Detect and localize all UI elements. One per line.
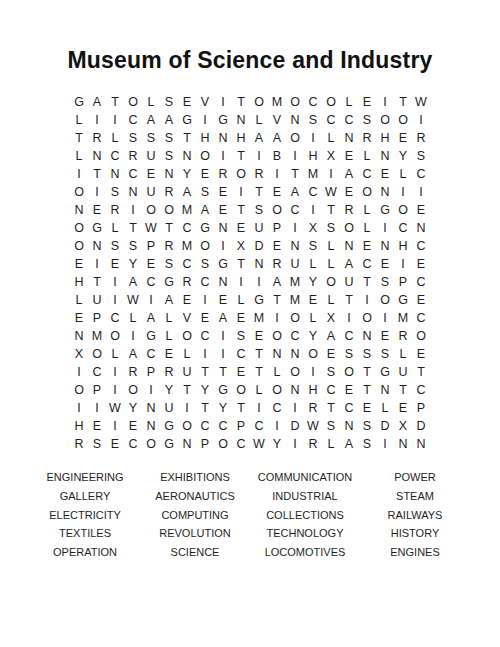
grid-cell[interactable]: L — [70, 147, 88, 165]
grid-cell[interactable]: T — [232, 201, 250, 219]
grid-cell[interactable]: I — [106, 273, 124, 291]
grid-cell[interactable]: N — [70, 201, 88, 219]
grid-cell[interactable]: O — [250, 93, 268, 111]
grid-cell[interactable]: E — [412, 201, 430, 219]
word-list-item[interactable]: OPERATION — [30, 543, 140, 562]
grid-cell[interactable]: O — [70, 183, 88, 201]
grid-cell[interactable]: U — [286, 255, 304, 273]
grid-cell[interactable]: I — [304, 201, 322, 219]
grid-cell[interactable]: S — [358, 111, 376, 129]
grid-cell[interactable]: L — [358, 201, 376, 219]
grid-cell[interactable]: N — [286, 237, 304, 255]
grid-cell[interactable]: E — [358, 237, 376, 255]
grid-cell[interactable]: T — [232, 255, 250, 273]
grid-cell[interactable]: O — [268, 201, 286, 219]
grid-cell[interactable]: I — [250, 147, 268, 165]
word-list-item[interactable]: REVOLUTION — [140, 524, 250, 543]
grid-cell[interactable]: I — [250, 399, 268, 417]
grid-cell[interactable]: T — [358, 363, 376, 381]
grid-cell[interactable]: I — [106, 381, 124, 399]
grid-cell[interactable]: N — [412, 219, 430, 237]
grid-cell[interactable]: H — [70, 273, 88, 291]
grid-cell[interactable]: I — [286, 435, 304, 453]
grid-cell[interactable]: M — [268, 93, 286, 111]
grid-cell[interactable]: S — [106, 183, 124, 201]
grid-cell[interactable]: T — [178, 381, 196, 399]
grid-cell[interactable]: T — [250, 363, 268, 381]
word-list-item[interactable]: STEAM — [360, 487, 470, 506]
grid-cell[interactable]: C — [340, 327, 358, 345]
grid-cell[interactable]: A — [160, 291, 178, 309]
grid-cell[interactable]: T — [232, 147, 250, 165]
grid-cell[interactable]: W — [142, 219, 160, 237]
grid-cell[interactable]: E — [304, 291, 322, 309]
grid-cell[interactable]: H — [304, 147, 322, 165]
grid-cell[interactable]: C — [106, 147, 124, 165]
grid-cell[interactable]: X — [232, 237, 250, 255]
grid-cell[interactable]: H — [304, 381, 322, 399]
grid-cell[interactable]: A — [268, 273, 286, 291]
grid-cell[interactable]: E — [106, 255, 124, 273]
grid-cell[interactable]: P — [88, 381, 106, 399]
grid-cell[interactable]: C — [178, 255, 196, 273]
grid-cell[interactable]: A — [196, 201, 214, 219]
grid-cell[interactable]: O — [268, 327, 286, 345]
grid-cell[interactable]: L — [106, 345, 124, 363]
grid-cell[interactable]: T — [214, 363, 232, 381]
grid-cell[interactable]: X — [322, 309, 340, 327]
grid-cell[interactable]: I — [124, 201, 142, 219]
grid-cell[interactable]: N — [340, 417, 358, 435]
grid-cell[interactable]: C — [124, 111, 142, 129]
grid-cell[interactable]: M — [286, 273, 304, 291]
grid-cell[interactable]: A — [214, 309, 232, 327]
grid-cell[interactable]: T — [394, 93, 412, 111]
grid-cell[interactable]: G — [142, 327, 160, 345]
grid-cell[interactable]: O — [70, 381, 88, 399]
grid-cell[interactable]: R — [160, 363, 178, 381]
grid-cell[interactable]: N — [250, 255, 268, 273]
grid-cell[interactable]: I — [340, 309, 358, 327]
grid-cell[interactable]: L — [142, 93, 160, 111]
grid-cell[interactable]: L — [322, 435, 340, 453]
grid-cell[interactable]: G — [214, 255, 232, 273]
grid-cell[interactable]: T — [358, 381, 376, 399]
grid-cell[interactable]: T — [196, 363, 214, 381]
grid-cell[interactable]: I — [70, 363, 88, 381]
grid-cell[interactable]: O — [142, 435, 160, 453]
grid-cell[interactable]: E — [412, 345, 430, 363]
grid-cell[interactable]: I — [358, 291, 376, 309]
grid-cell[interactable]: U — [250, 219, 268, 237]
grid-cell[interactable]: I — [214, 147, 232, 165]
grid-cell[interactable]: U — [340, 273, 358, 291]
grid-cell[interactable]: E — [268, 183, 286, 201]
grid-cell[interactable]: O — [394, 111, 412, 129]
grid-cell[interactable]: S — [160, 255, 178, 273]
grid-cell[interactable]: L — [250, 381, 268, 399]
grid-cell[interactable]: E — [412, 291, 430, 309]
grid-cell[interactable]: C — [322, 381, 340, 399]
grid-cell[interactable]: N — [178, 147, 196, 165]
grid-cell[interactable]: A — [340, 255, 358, 273]
grid-cell[interactable]: I — [214, 237, 232, 255]
grid-cell[interactable]: R — [250, 165, 268, 183]
grid-cell[interactable]: O — [160, 201, 178, 219]
grid-cell[interactable]: I — [106, 291, 124, 309]
grid-cell[interactable]: A — [160, 111, 178, 129]
grid-cell[interactable]: W — [250, 435, 268, 453]
grid-cell[interactable]: X — [394, 417, 412, 435]
grid-cell[interactable]: O — [286, 93, 304, 111]
grid-cell[interactable]: E — [178, 93, 196, 111]
word-list-item[interactable]: COLLECTIONS — [250, 506, 360, 525]
grid-cell[interactable]: D — [286, 417, 304, 435]
grid-cell[interactable]: M — [304, 165, 322, 183]
grid-cell[interactable]: I — [304, 129, 322, 147]
grid-cell[interactable]: A — [268, 129, 286, 147]
grid-cell[interactable]: R — [88, 129, 106, 147]
grid-cell[interactable]: L — [106, 129, 124, 147]
grid-cell[interactable]: T — [88, 165, 106, 183]
grid-cell[interactable]: C — [340, 399, 358, 417]
grid-cell[interactable]: I — [412, 183, 430, 201]
grid-cell[interactable]: O — [340, 363, 358, 381]
grid-cell[interactable]: L — [394, 345, 412, 363]
grid-cell[interactable]: N — [160, 165, 178, 183]
grid-cell[interactable]: I — [106, 363, 124, 381]
grid-cell[interactable]: C — [304, 93, 322, 111]
grid-cell[interactable]: E — [340, 147, 358, 165]
word-list-item[interactable]: SCIENCE — [140, 543, 250, 562]
grid-cell[interactable]: E — [232, 219, 250, 237]
grid-cell[interactable]: C — [196, 327, 214, 345]
grid-cell[interactable]: S — [322, 363, 340, 381]
grid-cell[interactable]: N — [142, 417, 160, 435]
grid-cell[interactable]: L — [70, 111, 88, 129]
grid-cell[interactable]: O — [70, 219, 88, 237]
grid-cell[interactable]: O — [106, 327, 124, 345]
grid-cell[interactable]: C — [394, 219, 412, 237]
grid-cell[interactable]: U — [142, 147, 160, 165]
grid-cell[interactable]: I — [106, 417, 124, 435]
grid-cell[interactable]: T — [232, 399, 250, 417]
grid-cell[interactable]: N — [412, 435, 430, 453]
grid-cell[interactable]: L — [304, 309, 322, 327]
grid-cell[interactable]: E — [376, 327, 394, 345]
grid-cell[interactable]: G — [214, 381, 232, 399]
grid-cell[interactable]: R — [358, 129, 376, 147]
word-list-item[interactable]: AERONAUTICS — [140, 487, 250, 506]
grid-cell[interactable]: N — [394, 435, 412, 453]
grid-cell[interactable]: H — [394, 237, 412, 255]
grid-cell[interactable]: A — [340, 435, 358, 453]
grid-cell[interactable]: S — [124, 237, 142, 255]
grid-cell[interactable]: C — [178, 219, 196, 237]
grid-cell[interactable]: R — [70, 435, 88, 453]
grid-cell[interactable]: I — [268, 165, 286, 183]
grid-cell[interactable]: T — [322, 399, 340, 417]
grid-cell[interactable]: S — [160, 129, 178, 147]
grid-cell[interactable]: R — [304, 399, 322, 417]
grid-cell[interactable]: C — [106, 309, 124, 327]
grid-cell[interactable]: R — [214, 165, 232, 183]
grid-cell[interactable]: S — [250, 201, 268, 219]
grid-cell[interactable]: G — [88, 219, 106, 237]
grid-cell[interactable]: S — [376, 345, 394, 363]
grid-cell[interactable]: W — [304, 417, 322, 435]
grid-cell[interactable]: S — [196, 183, 214, 201]
grid-cell[interactable]: S — [160, 93, 178, 111]
grid-cell[interactable]: E — [322, 345, 340, 363]
grid-cell[interactable]: W — [412, 93, 430, 111]
grid-cell[interactable]: H — [232, 129, 250, 147]
grid-cell[interactable]: I — [286, 147, 304, 165]
grid-cell[interactable]: N — [214, 273, 232, 291]
grid-cell[interactable]: G — [376, 201, 394, 219]
word-list-item[interactable]: TECHNOLOGY — [250, 524, 360, 543]
grid-cell[interactable]: C — [88, 363, 106, 381]
grid-cell[interactable]: O — [178, 327, 196, 345]
grid-cell[interactable]: A — [178, 183, 196, 201]
grid-cell[interactable]: N — [142, 399, 160, 417]
grid-cell[interactable]: H — [196, 129, 214, 147]
grid-cell[interactable]: T — [250, 183, 268, 201]
grid-cell[interactable]: U — [394, 363, 412, 381]
grid-cell[interactable]: L — [124, 309, 142, 327]
grid-cell[interactable]: O — [178, 417, 196, 435]
grid-cell[interactable]: I — [268, 417, 286, 435]
grid-cell[interactable]: L — [178, 345, 196, 363]
grid-cell[interactable]: O — [286, 129, 304, 147]
grid-cell[interactable]: I — [394, 183, 412, 201]
grid-cell[interactable]: M — [250, 309, 268, 327]
grid-cell[interactable]: C — [358, 165, 376, 183]
grid-cell[interactable]: E — [196, 309, 214, 327]
grid-cell[interactable]: O — [142, 201, 160, 219]
grid-cell[interactable]: N — [376, 237, 394, 255]
grid-cell[interactable]: O — [232, 381, 250, 399]
grid-cell[interactable]: I — [88, 399, 106, 417]
grid-cell[interactable]: E — [142, 165, 160, 183]
grid-cell[interactable]: O — [124, 381, 142, 399]
grid-cell[interactable]: P — [394, 273, 412, 291]
grid-cell[interactable]: N — [286, 381, 304, 399]
grid-cell[interactable]: W — [322, 183, 340, 201]
grid-cell[interactable]: H — [70, 417, 88, 435]
grid-cell[interactable]: A — [142, 309, 160, 327]
grid-cell[interactable]: I — [88, 111, 106, 129]
grid-cell[interactable]: S — [358, 345, 376, 363]
grid-cell[interactable]: R — [106, 201, 124, 219]
grid-cell[interactable]: D — [250, 237, 268, 255]
grid-cell[interactable]: E — [178, 291, 196, 309]
grid-cell[interactable]: E — [70, 255, 88, 273]
grid-cell[interactable]: E — [394, 129, 412, 147]
grid-cell[interactable]: N — [214, 219, 232, 237]
grid-cell[interactable]: O — [358, 183, 376, 201]
grid-cell[interactable]: L — [358, 219, 376, 237]
grid-cell[interactable]: A — [88, 93, 106, 111]
grid-cell[interactable]: N — [106, 165, 124, 183]
word-list-item[interactable]: GALLERY — [30, 487, 140, 506]
grid-cell[interactable]: Y — [178, 165, 196, 183]
grid-cell[interactable]: H — [376, 129, 394, 147]
grid-cell[interactable]: N — [178, 435, 196, 453]
grid-cell[interactable]: L — [358, 147, 376, 165]
grid-cell[interactable]: Y — [196, 381, 214, 399]
grid-cell[interactable]: O — [322, 93, 340, 111]
grid-cell[interactable]: C — [268, 399, 286, 417]
grid-cell[interactable]: S — [232, 327, 250, 345]
word-list-item[interactable]: ELECTRICITY — [30, 506, 140, 525]
grid-cell[interactable]: R — [340, 201, 358, 219]
grid-cell[interactable]: D — [376, 417, 394, 435]
grid-cell[interactable]: I — [196, 291, 214, 309]
grid-cell[interactable]: S — [196, 255, 214, 273]
grid-cell[interactable]: A — [124, 273, 142, 291]
grid-cell[interactable]: L — [160, 327, 178, 345]
grid-cell[interactable]: L — [394, 165, 412, 183]
grid-cell[interactable]: S — [142, 129, 160, 147]
grid-cell[interactable]: Y — [124, 255, 142, 273]
grid-cell[interactable]: S — [124, 129, 142, 147]
grid-cell[interactable]: T — [322, 201, 340, 219]
grid-cell[interactable]: R — [394, 327, 412, 345]
grid-cell[interactable]: E — [88, 417, 106, 435]
grid-cell[interactable]: O — [196, 237, 214, 255]
grid-cell[interactable]: M — [394, 309, 412, 327]
grid-cell[interactable]: U — [88, 291, 106, 309]
grid-cell[interactable]: N — [286, 345, 304, 363]
grid-cell[interactable]: Y — [160, 381, 178, 399]
grid-cell[interactable]: O — [376, 111, 394, 129]
grid-cell[interactable]: R — [304, 435, 322, 453]
grid-cell[interactable]: L — [106, 219, 124, 237]
grid-cell[interactable]: N — [376, 147, 394, 165]
grid-cell[interactable]: G — [160, 417, 178, 435]
grid-cell[interactable]: M — [286, 291, 304, 309]
grid-cell[interactable]: C — [214, 417, 232, 435]
grid-cell[interactable]: G — [250, 291, 268, 309]
grid-cell[interactable]: C — [196, 417, 214, 435]
grid-cell[interactable]: S — [160, 147, 178, 165]
grid-cell[interactable]: C — [196, 273, 214, 291]
grid-cell[interactable]: I — [286, 399, 304, 417]
grid-cell[interactable]: E — [124, 417, 142, 435]
grid-cell[interactable]: C — [142, 345, 160, 363]
grid-cell[interactable]: T — [286, 165, 304, 183]
grid-cell[interactable]: N — [340, 237, 358, 255]
grid-cell[interactable]: S — [88, 435, 106, 453]
grid-cell[interactable]: S — [358, 417, 376, 435]
word-list-item[interactable]: ENGINEERING — [30, 468, 140, 487]
grid-cell[interactable]: T — [70, 129, 88, 147]
grid-cell[interactable]: B — [268, 147, 286, 165]
grid-cell[interactable]: E — [142, 255, 160, 273]
grid-cell[interactable]: E — [394, 399, 412, 417]
grid-cell[interactable]: E — [376, 165, 394, 183]
grid-cell[interactable]: N — [232, 111, 250, 129]
grid-cell[interactable]: O — [286, 363, 304, 381]
grid-cell[interactable]: O — [322, 273, 340, 291]
grid-cell[interactable]: N — [358, 327, 376, 345]
grid-cell[interactable]: G — [70, 93, 88, 111]
grid-cell[interactable]: Y — [304, 327, 322, 345]
grid-cell[interactable]: L — [304, 255, 322, 273]
grid-cell[interactable]: G — [196, 219, 214, 237]
grid-cell[interactable]: L — [322, 255, 340, 273]
grid-cell[interactable]: E — [412, 255, 430, 273]
grid-cell[interactable]: S — [358, 435, 376, 453]
grid-cell[interactable]: I — [250, 273, 268, 291]
grid-cell[interactable]: C — [304, 183, 322, 201]
grid-cell[interactable]: W — [124, 291, 142, 309]
grid-cell[interactable]: I — [304, 363, 322, 381]
grid-cell[interactable]: O — [394, 201, 412, 219]
grid-cell[interactable]: X — [322, 147, 340, 165]
grid-cell[interactable]: T — [106, 93, 124, 111]
grid-cell[interactable]: N — [340, 129, 358, 147]
grid-cell[interactable]: E — [232, 309, 250, 327]
grid-cell[interactable]: X — [304, 219, 322, 237]
grid-cell[interactable]: I — [88, 255, 106, 273]
grid-cell[interactable]: C — [412, 237, 430, 255]
grid-cell[interactable]: S — [322, 417, 340, 435]
grid-cell[interactable]: C — [124, 165, 142, 183]
word-list-item[interactable]: ENGINES — [360, 543, 470, 562]
grid-cell[interactable]: T — [394, 381, 412, 399]
grid-cell[interactable]: E — [340, 183, 358, 201]
grid-cell[interactable]: V — [178, 309, 196, 327]
grid-cell[interactable]: M — [88, 327, 106, 345]
grid-cell[interactable]: T — [196, 399, 214, 417]
grid-cell[interactable]: I — [412, 111, 430, 129]
grid-cell[interactable]: U — [160, 399, 178, 417]
grid-cell[interactable]: C — [412, 273, 430, 291]
grid-cell[interactable]: L — [322, 237, 340, 255]
grid-cell[interactable]: I — [232, 183, 250, 201]
grid-cell[interactable]: A — [124, 345, 142, 363]
grid-cell[interactable]: L — [268, 363, 286, 381]
grid-cell[interactable]: N — [124, 183, 142, 201]
grid-cell[interactable]: L — [322, 129, 340, 147]
grid-cell[interactable]: T — [268, 291, 286, 309]
grid-cell[interactable]: N — [70, 327, 88, 345]
grid-cell[interactable]: P — [268, 219, 286, 237]
grid-cell[interactable]: M — [178, 237, 196, 255]
grid-cell[interactable]: A — [142, 111, 160, 129]
grid-cell[interactable]: I — [322, 165, 340, 183]
grid-cell[interactable]: E — [340, 381, 358, 399]
grid-cell[interactable]: P — [88, 309, 106, 327]
grid-cell[interactable]: S — [304, 237, 322, 255]
grid-cell[interactable]: P — [142, 363, 160, 381]
grid-cell[interactable]: Y — [124, 399, 142, 417]
word-list-item[interactable]: COMPUTING — [140, 506, 250, 525]
word-list-item[interactable]: TEXTILES — [30, 524, 140, 543]
grid-cell[interactable]: S — [304, 111, 322, 129]
grid-cell[interactable]: I — [232, 273, 250, 291]
grid-cell[interactable]: S — [322, 219, 340, 237]
grid-cell[interactable]: R — [160, 183, 178, 201]
grid-cell[interactable]: W — [106, 399, 124, 417]
grid-cell[interactable]: L — [232, 291, 250, 309]
grid-cell[interactable]: C — [142, 273, 160, 291]
grid-cell[interactable]: E — [70, 309, 88, 327]
grid-cell[interactable]: E — [214, 183, 232, 201]
grid-cell[interactable]: P — [196, 435, 214, 453]
